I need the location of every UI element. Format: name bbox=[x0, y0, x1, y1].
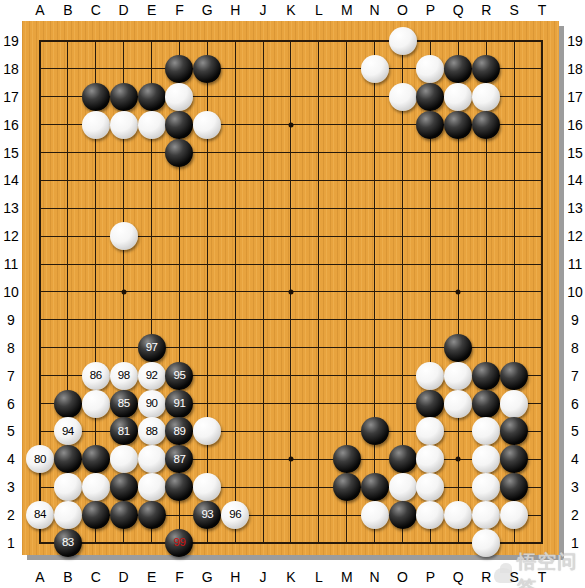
black-stone-N3[interactable] bbox=[361, 473, 389, 501]
white-stone-B3[interactable] bbox=[54, 473, 82, 501]
black-stone-Q8[interactable] bbox=[444, 334, 472, 362]
col-label-bottom-Q: Q bbox=[453, 569, 464, 585]
black-stone-D6[interactable]: 85 bbox=[110, 390, 138, 418]
black-stone-F3[interactable] bbox=[165, 473, 193, 501]
black-stone-D3[interactable] bbox=[110, 473, 138, 501]
white-stone-C3[interactable] bbox=[82, 473, 110, 501]
row-label-left-1: 1 bbox=[7, 535, 15, 551]
white-stone-E5[interactable]: 88 bbox=[138, 417, 166, 445]
black-stone-S7[interactable] bbox=[500, 362, 528, 390]
white-stone-C16[interactable] bbox=[82, 111, 110, 139]
black-stone-R7[interactable] bbox=[472, 362, 500, 390]
black-stone-E8[interactable]: 97 bbox=[138, 334, 166, 362]
col-label-top-B: B bbox=[63, 2, 72, 18]
move-number-89: 89 bbox=[174, 426, 186, 438]
white-stone-E6[interactable]: 90 bbox=[138, 390, 166, 418]
black-stone-R16[interactable] bbox=[472, 111, 500, 139]
white-stone-D12[interactable] bbox=[110, 222, 138, 250]
col-label-top-K: K bbox=[286, 2, 295, 18]
col-label-top-N: N bbox=[370, 2, 380, 18]
black-stone-B4[interactable] bbox=[54, 445, 82, 473]
row-label-right-1: 1 bbox=[571, 535, 579, 551]
col-label-bottom-N: N bbox=[370, 569, 380, 585]
white-stone-G16[interactable] bbox=[193, 111, 221, 139]
move-number-88: 88 bbox=[146, 426, 158, 438]
col-label-bottom-S: S bbox=[509, 569, 518, 585]
col-label-bottom-O: O bbox=[397, 569, 408, 585]
black-stone-R6[interactable] bbox=[472, 390, 500, 418]
col-label-bottom-M: M bbox=[341, 569, 353, 585]
col-label-bottom-F: F bbox=[175, 569, 184, 585]
white-stone-Q2[interactable] bbox=[444, 501, 472, 529]
row-label-right-13: 13 bbox=[567, 200, 583, 216]
white-stone-H2[interactable]: 96 bbox=[221, 501, 249, 529]
col-label-bottom-K: K bbox=[286, 569, 295, 585]
row-label-left-13: 13 bbox=[3, 200, 19, 216]
col-label-bottom-T: T bbox=[538, 569, 547, 585]
row-label-right-12: 12 bbox=[567, 228, 583, 244]
col-label-top-T: T bbox=[538, 2, 547, 18]
row-label-left-2: 2 bbox=[7, 507, 15, 523]
white-stone-C6[interactable] bbox=[82, 390, 110, 418]
black-stone-P16[interactable] bbox=[416, 111, 444, 139]
black-stone-F6[interactable]: 91 bbox=[165, 390, 193, 418]
col-label-bottom-J: J bbox=[260, 569, 267, 585]
black-stone-F5[interactable]: 89 bbox=[165, 417, 193, 445]
star-point-Q10 bbox=[456, 289, 461, 294]
black-stone-B6[interactable] bbox=[54, 390, 82, 418]
white-stone-P5[interactable] bbox=[416, 417, 444, 445]
black-stone-C17[interactable] bbox=[82, 83, 110, 111]
white-stone-Q6[interactable] bbox=[444, 390, 472, 418]
white-stone-O19[interactable] bbox=[389, 27, 417, 55]
col-label-top-G: G bbox=[202, 2, 213, 18]
row-label-left-3: 3 bbox=[7, 479, 15, 495]
col-label-bottom-B: B bbox=[63, 569, 72, 585]
col-label-top-M: M bbox=[341, 2, 353, 18]
col-label-top-C: C bbox=[91, 2, 101, 18]
black-stone-S4[interactable] bbox=[500, 445, 528, 473]
col-label-bottom-C: C bbox=[91, 569, 101, 585]
black-stone-E2[interactable] bbox=[138, 501, 166, 529]
black-stone-B1[interactable]: 83 bbox=[54, 529, 82, 557]
row-label-right-9: 9 bbox=[571, 312, 579, 328]
row-label-left-12: 12 bbox=[3, 228, 19, 244]
col-label-bottom-A: A bbox=[35, 569, 44, 585]
black-stone-N5[interactable] bbox=[361, 417, 389, 445]
star-point-Q4 bbox=[456, 457, 461, 462]
white-stone-C7[interactable]: 86 bbox=[82, 362, 110, 390]
col-label-top-S: S bbox=[509, 2, 518, 18]
black-stone-F7[interactable]: 95 bbox=[165, 362, 193, 390]
row-label-right-14: 14 bbox=[567, 172, 583, 188]
black-stone-F15[interactable] bbox=[165, 139, 193, 167]
white-stone-S2[interactable] bbox=[500, 501, 528, 529]
row-label-left-19: 19 bbox=[3, 33, 19, 49]
black-stone-E17[interactable] bbox=[138, 83, 166, 111]
move-number-97: 97 bbox=[146, 342, 158, 354]
black-stone-F1[interactable]: 99 bbox=[165, 529, 193, 557]
white-stone-R3[interactable] bbox=[472, 473, 500, 501]
white-stone-E3[interactable] bbox=[138, 473, 166, 501]
move-number-85: 85 bbox=[118, 398, 130, 410]
move-number-91: 91 bbox=[174, 398, 186, 410]
white-stone-Q7[interactable] bbox=[444, 362, 472, 390]
row-label-right-10: 10 bbox=[567, 284, 583, 300]
col-label-top-J: J bbox=[260, 2, 267, 18]
black-stone-G18[interactable] bbox=[193, 55, 221, 83]
black-stone-M4[interactable] bbox=[333, 445, 361, 473]
row-label-right-18: 18 bbox=[567, 61, 583, 77]
go-board[interactable]: 97869892958590919481888980878493968399 bbox=[22, 21, 559, 555]
col-label-top-R: R bbox=[481, 2, 491, 18]
white-stone-P7[interactable] bbox=[416, 362, 444, 390]
black-stone-S5[interactable] bbox=[500, 417, 528, 445]
grid-line-horizontal bbox=[40, 319, 542, 320]
black-stone-P6[interactable] bbox=[416, 390, 444, 418]
star-point-K4 bbox=[288, 457, 293, 462]
col-label-top-O: O bbox=[397, 2, 408, 18]
col-label-top-Q: Q bbox=[453, 2, 464, 18]
row-label-left-9: 9 bbox=[7, 312, 15, 328]
row-label-right-2: 2 bbox=[571, 507, 579, 523]
row-label-left-15: 15 bbox=[3, 145, 19, 161]
col-label-bottom-R: R bbox=[481, 569, 491, 585]
white-stone-D16[interactable] bbox=[110, 111, 138, 139]
white-stone-R17[interactable] bbox=[472, 83, 500, 111]
move-number-94: 94 bbox=[62, 426, 74, 438]
white-stone-N2[interactable] bbox=[361, 501, 389, 529]
white-stone-O17[interactable] bbox=[389, 83, 417, 111]
white-stone-P2[interactable] bbox=[416, 501, 444, 529]
move-number-92: 92 bbox=[146, 370, 158, 382]
move-number-83: 83 bbox=[62, 537, 74, 549]
black-stone-D17[interactable] bbox=[110, 83, 138, 111]
black-stone-D2[interactable] bbox=[110, 501, 138, 529]
row-label-left-7: 7 bbox=[7, 368, 15, 384]
white-stone-S6[interactable] bbox=[500, 390, 528, 418]
black-stone-R18[interactable] bbox=[472, 55, 500, 83]
black-stone-F4[interactable]: 87 bbox=[165, 445, 193, 473]
black-stone-O2[interactable] bbox=[389, 501, 417, 529]
col-label-top-D: D bbox=[119, 2, 129, 18]
white-stone-R5[interactable] bbox=[472, 417, 500, 445]
row-label-left-6: 6 bbox=[7, 396, 15, 412]
row-label-right-4: 4 bbox=[571, 451, 579, 467]
black-stone-S3[interactable] bbox=[500, 473, 528, 501]
black-stone-P17[interactable] bbox=[416, 83, 444, 111]
col-label-bottom-L: L bbox=[315, 569, 323, 585]
white-stone-B2[interactable] bbox=[54, 501, 82, 529]
black-stone-M3[interactable] bbox=[333, 473, 361, 501]
move-number-87: 87 bbox=[174, 454, 186, 466]
col-label-top-H: H bbox=[230, 2, 240, 18]
black-stone-G2[interactable]: 93 bbox=[193, 501, 221, 529]
row-label-left-10: 10 bbox=[3, 284, 19, 300]
row-label-left-18: 18 bbox=[3, 61, 19, 77]
col-label-top-L: L bbox=[315, 2, 323, 18]
grid-line-vertical bbox=[318, 41, 319, 543]
white-stone-O3[interactable] bbox=[389, 473, 417, 501]
black-stone-D5[interactable]: 81 bbox=[110, 417, 138, 445]
white-stone-F17[interactable] bbox=[165, 83, 193, 111]
white-stone-B5[interactable]: 94 bbox=[54, 417, 82, 445]
move-number-90: 90 bbox=[146, 398, 158, 410]
row-label-right-6: 6 bbox=[571, 396, 579, 412]
star-point-K16 bbox=[288, 122, 293, 127]
black-stone-C2[interactable] bbox=[82, 501, 110, 529]
row-label-left-5: 5 bbox=[7, 423, 15, 439]
white-stone-E16[interactable] bbox=[138, 111, 166, 139]
move-number-96: 96 bbox=[229, 509, 241, 521]
col-label-bottom-D: D bbox=[119, 569, 129, 585]
white-stone-A2[interactable]: 84 bbox=[26, 501, 54, 529]
move-number-93: 93 bbox=[201, 509, 213, 521]
col-label-top-A: A bbox=[35, 2, 44, 18]
col-label-top-E: E bbox=[147, 2, 156, 18]
row-label-right-7: 7 bbox=[571, 368, 579, 384]
move-number-98: 98 bbox=[118, 370, 130, 382]
row-label-left-11: 11 bbox=[4, 256, 19, 272]
row-label-left-8: 8 bbox=[7, 340, 15, 356]
white-stone-P4[interactable] bbox=[416, 445, 444, 473]
white-stone-R1[interactable] bbox=[472, 529, 500, 557]
move-number-84: 84 bbox=[34, 509, 46, 521]
black-stone-O4[interactable] bbox=[389, 445, 417, 473]
row-label-left-4: 4 bbox=[7, 451, 15, 467]
col-label-top-F: F bbox=[175, 2, 184, 18]
white-stone-D4[interactable] bbox=[110, 445, 138, 473]
black-stone-Q16[interactable] bbox=[444, 111, 472, 139]
black-stone-Q18[interactable] bbox=[444, 55, 472, 83]
black-stone-C4[interactable] bbox=[82, 445, 110, 473]
white-stone-Q17[interactable] bbox=[444, 83, 472, 111]
grid-line-vertical bbox=[374, 41, 375, 543]
white-stone-E4[interactable] bbox=[138, 445, 166, 473]
row-label-right-8: 8 bbox=[571, 340, 579, 356]
col-label-bottom-P: P bbox=[426, 569, 435, 585]
white-stone-G3[interactable] bbox=[193, 473, 221, 501]
row-label-right-17: 17 bbox=[567, 89, 583, 105]
row-label-right-15: 15 bbox=[567, 145, 583, 161]
white-stone-G5[interactable] bbox=[193, 417, 221, 445]
white-stone-E7[interactable]: 92 bbox=[138, 362, 166, 390]
white-stone-P3[interactable] bbox=[416, 473, 444, 501]
move-number-86: 86 bbox=[90, 370, 102, 382]
star-point-D10 bbox=[121, 289, 126, 294]
row-label-right-3: 3 bbox=[571, 479, 579, 495]
move-number-99: 99 bbox=[174, 537, 186, 549]
move-number-81: 81 bbox=[118, 426, 130, 438]
row-label-right-16: 16 bbox=[567, 117, 583, 133]
row-label-right-19: 19 bbox=[567, 33, 583, 49]
col-label-top-P: P bbox=[426, 2, 435, 18]
white-stone-R2[interactable] bbox=[472, 501, 500, 529]
row-label-right-11: 11 bbox=[568, 256, 583, 272]
row-label-right-5: 5 bbox=[571, 423, 579, 439]
white-stone-P18[interactable] bbox=[416, 55, 444, 83]
white-stone-N18[interactable] bbox=[361, 55, 389, 83]
row-label-left-16: 16 bbox=[3, 117, 19, 133]
white-stone-D7[interactable]: 98 bbox=[110, 362, 138, 390]
col-label-bottom-H: H bbox=[230, 569, 240, 585]
go-diagram-screenshot: 97869892958590919481888980878493968399 悟… bbox=[0, 0, 585, 588]
col-label-bottom-G: G bbox=[202, 569, 213, 585]
col-label-bottom-E: E bbox=[147, 569, 156, 585]
black-stone-F18[interactable] bbox=[165, 55, 193, 83]
move-number-80: 80 bbox=[34, 454, 46, 466]
move-number-95: 95 bbox=[174, 370, 186, 382]
star-point-K10 bbox=[288, 289, 293, 294]
white-stone-A4[interactable]: 80 bbox=[26, 445, 54, 473]
row-label-left-17: 17 bbox=[3, 89, 19, 105]
row-label-left-14: 14 bbox=[3, 172, 19, 188]
white-stone-R4[interactable] bbox=[472, 445, 500, 473]
black-stone-F16[interactable] bbox=[165, 111, 193, 139]
